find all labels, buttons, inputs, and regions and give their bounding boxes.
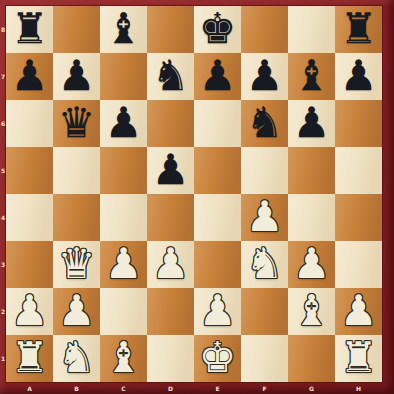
square-c3[interactable]: ♟ [100, 241, 147, 288]
white-knight-f3[interactable]: ♞ [246, 241, 284, 287]
square-c8[interactable]: ♝ [100, 6, 147, 53]
square-d8[interactable] [147, 6, 194, 53]
square-b8[interactable] [53, 6, 100, 53]
square-h4[interactable] [335, 194, 382, 241]
black-pawn-b7[interactable]: ♟ [58, 53, 96, 99]
square-e4[interactable] [194, 194, 241, 241]
square-e8[interactable]: ♚ [194, 6, 241, 53]
square-g8[interactable] [288, 6, 335, 53]
black-rook-a8[interactable]: ♜ [11, 6, 49, 52]
white-bishop-g2[interactable]: ♝ [293, 288, 331, 334]
white-pawn-g3[interactable]: ♟ [293, 241, 331, 287]
square-d2[interactable] [147, 288, 194, 335]
square-a3[interactable] [6, 241, 53, 288]
white-knight-b1[interactable]: ♞ [58, 335, 96, 381]
file-label-a: A [6, 382, 53, 394]
white-pawn-h2[interactable]: ♟ [340, 288, 378, 334]
square-a6[interactable] [6, 100, 53, 147]
white-rook-h1[interactable]: ♜ [340, 335, 378, 381]
square-b7[interactable]: ♟ [53, 53, 100, 100]
white-pawn-c3[interactable]: ♟ [105, 241, 143, 287]
square-g2[interactable]: ♝ [288, 288, 335, 335]
white-rook-a1[interactable]: ♜ [11, 335, 49, 381]
square-g3[interactable]: ♟ [288, 241, 335, 288]
file-label-b: B [53, 382, 100, 394]
square-h7[interactable]: ♟ [335, 53, 382, 100]
square-e2[interactable]: ♟ [194, 288, 241, 335]
black-pawn-h7[interactable]: ♟ [340, 53, 378, 99]
square-b3[interactable]: ♛ [53, 241, 100, 288]
file-label-g: G [288, 382, 335, 394]
white-queen-b3[interactable]: ♛ [58, 241, 96, 287]
square-f7[interactable]: ♟ [241, 53, 288, 100]
square-h6[interactable] [335, 100, 382, 147]
square-c2[interactable] [100, 288, 147, 335]
black-knight-f6[interactable]: ♞ [246, 100, 284, 146]
white-pawn-f4[interactable]: ♟ [246, 194, 284, 240]
rank-label-2: 2 [0, 288, 6, 335]
square-f1[interactable] [241, 335, 288, 382]
square-d3[interactable]: ♟ [147, 241, 194, 288]
chess-app-window: ♜♝♚♜♟♟♞♟♟♝♟♛♟♞♟♟♟♛♟♟♞♟♟♟♟♝♟♜♞♝♚♜ 8765432… [0, 0, 394, 394]
square-f8[interactable] [241, 6, 288, 53]
square-d5[interactable]: ♟ [147, 147, 194, 194]
file-label-e: E [194, 382, 241, 394]
white-pawn-a2[interactable]: ♟ [11, 288, 49, 334]
black-king-e8[interactable]: ♚ [199, 6, 237, 52]
square-h5[interactable] [335, 147, 382, 194]
rank-label-6: 6 [0, 100, 6, 147]
square-g1[interactable] [288, 335, 335, 382]
square-f3[interactable]: ♞ [241, 241, 288, 288]
rank-label-3: 3 [0, 241, 6, 288]
square-h3[interactable] [335, 241, 382, 288]
white-king-e1[interactable]: ♚ [199, 335, 237, 381]
file-label-c: C [100, 382, 147, 394]
square-a4[interactable] [6, 194, 53, 241]
square-e6[interactable] [194, 100, 241, 147]
square-a7[interactable]: ♟ [6, 53, 53, 100]
black-pawn-d5[interactable]: ♟ [152, 147, 190, 193]
square-g6[interactable]: ♟ [288, 100, 335, 147]
white-pawn-b2[interactable]: ♟ [58, 288, 96, 334]
square-d4[interactable] [147, 194, 194, 241]
square-d6[interactable] [147, 100, 194, 147]
square-a8[interactable]: ♜ [6, 6, 53, 53]
black-pawn-e7[interactable]: ♟ [199, 53, 237, 99]
chess-board[interactable]: ♜♝♚♜♟♟♞♟♟♝♟♛♟♞♟♟♟♛♟♟♞♟♟♟♟♝♟♜♞♝♚♜ [6, 6, 382, 382]
square-a5[interactable] [6, 147, 53, 194]
black-pawn-g6[interactable]: ♟ [293, 100, 331, 146]
black-bishop-g7[interactable]: ♝ [293, 53, 331, 99]
square-c6[interactable]: ♟ [100, 100, 147, 147]
square-h8[interactable]: ♜ [335, 6, 382, 53]
square-f2[interactable] [241, 288, 288, 335]
black-bishop-c8[interactable]: ♝ [105, 6, 143, 52]
black-rook-h8[interactable]: ♜ [340, 6, 378, 52]
square-d7[interactable]: ♞ [147, 53, 194, 100]
black-pawn-a7[interactable]: ♟ [11, 53, 49, 99]
rank-labels: 87654321 [0, 6, 6, 382]
file-label-f: F [241, 382, 288, 394]
square-b1[interactable]: ♞ [53, 335, 100, 382]
file-label-h: H [335, 382, 382, 394]
square-g4[interactable] [288, 194, 335, 241]
square-b4[interactable] [53, 194, 100, 241]
square-d1[interactable] [147, 335, 194, 382]
square-e3[interactable] [194, 241, 241, 288]
square-c4[interactable] [100, 194, 147, 241]
file-label-d: D [147, 382, 194, 394]
square-b5[interactable] [53, 147, 100, 194]
square-a1[interactable]: ♜ [6, 335, 53, 382]
square-e1[interactable]: ♚ [194, 335, 241, 382]
square-g7[interactable]: ♝ [288, 53, 335, 100]
black-pawn-f7[interactable]: ♟ [246, 53, 284, 99]
black-queen-b6[interactable]: ♛ [58, 100, 96, 146]
square-f6[interactable]: ♞ [241, 100, 288, 147]
rank-label-5: 5 [0, 147, 6, 194]
white-pawn-d3[interactable]: ♟ [152, 241, 190, 287]
square-b2[interactable]: ♟ [53, 288, 100, 335]
black-knight-d7[interactable]: ♞ [152, 53, 190, 99]
square-h2[interactable]: ♟ [335, 288, 382, 335]
black-pawn-c6[interactable]: ♟ [105, 100, 143, 146]
rank-label-4: 4 [0, 194, 6, 241]
rank-label-7: 7 [0, 53, 6, 100]
square-h1[interactable]: ♜ [335, 335, 382, 382]
square-f4[interactable]: ♟ [241, 194, 288, 241]
square-g5[interactable] [288, 147, 335, 194]
square-e7[interactable]: ♟ [194, 53, 241, 100]
rank-label-8: 8 [0, 6, 6, 53]
square-c5[interactable] [100, 147, 147, 194]
file-labels: ABCDEFGH [6, 382, 382, 394]
rank-label-1: 1 [0, 335, 6, 382]
square-a2[interactable]: ♟ [6, 288, 53, 335]
square-c7[interactable] [100, 53, 147, 100]
white-pawn-e2[interactable]: ♟ [199, 288, 237, 334]
square-b6[interactable]: ♛ [53, 100, 100, 147]
square-e5[interactable] [194, 147, 241, 194]
square-f5[interactable] [241, 147, 288, 194]
white-bishop-c1[interactable]: ♝ [105, 335, 143, 381]
square-c1[interactable]: ♝ [100, 335, 147, 382]
